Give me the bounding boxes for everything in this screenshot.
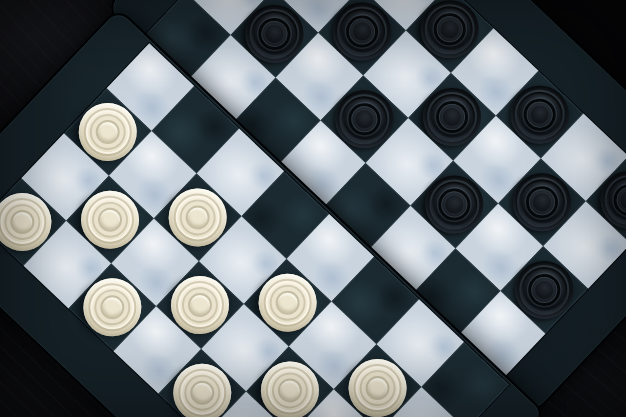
checkers-board-photo [0,0,626,417]
